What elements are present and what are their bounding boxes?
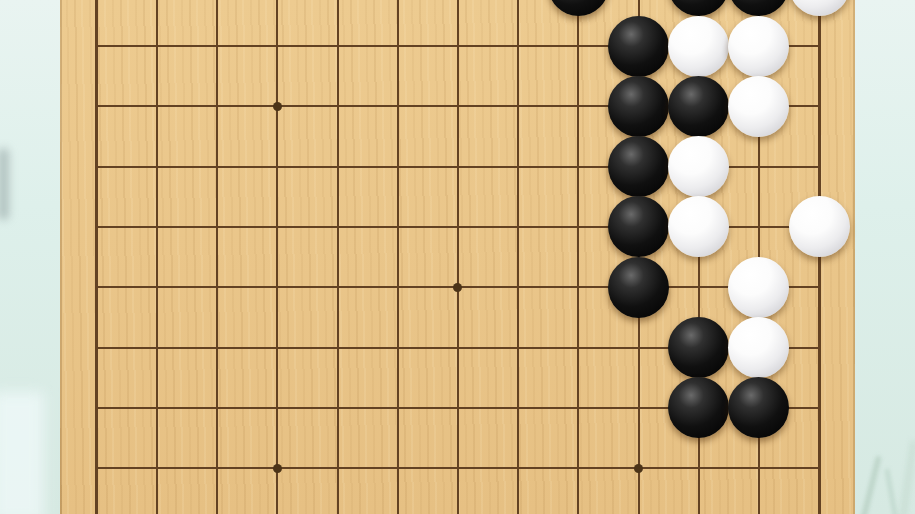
background-plant-decoration: [0, 148, 9, 220]
white-stone-c13-r2: [789, 0, 850, 16]
star-point-10-10: [634, 464, 643, 473]
black-stone-c11-r4: [668, 76, 729, 137]
black-stone-c11-r8: [668, 317, 729, 378]
white-stone-c12-r4: [728, 76, 789, 137]
black-stone-c12-r9: [728, 377, 789, 438]
grid-line-vertical-9: [577, 0, 579, 514]
black-stone-c10-r5: [608, 136, 669, 197]
black-stone-c11-r2: [668, 0, 729, 16]
grid-line-vertical-7: [457, 0, 459, 514]
white-stone-c13-r6: [789, 196, 850, 257]
white-stone-c11-r5: [668, 136, 729, 197]
star-point-4-4: [273, 102, 282, 111]
star-point-4-10: [273, 464, 282, 473]
grid-line-vertical-8: [517, 0, 519, 514]
white-stone-c12-r8: [728, 317, 789, 378]
black-stone-c12-r2: [728, 0, 789, 16]
background-grass-decoration: [860, 455, 882, 514]
black-stone-c9-r2: [548, 0, 609, 16]
background-highlight-decoration: [0, 392, 44, 514]
background-grass-decoration: [885, 468, 899, 514]
grid-line-vertical-6: [397, 0, 399, 514]
white-stone-c11-r3: [668, 16, 729, 77]
black-stone-c10-r4: [608, 76, 669, 137]
black-stone-c10-r7: [608, 257, 669, 318]
grid-line-vertical-1: [95, 0, 98, 514]
white-stone-c12-r3: [728, 16, 789, 77]
grid-line-horizontal-10: [95, 467, 820, 469]
black-stone-c10-r3: [608, 16, 669, 77]
white-stone-c12-r7: [728, 257, 789, 318]
grid-line-vertical-2: [156, 0, 158, 514]
go-board[interactable]: [60, 0, 855, 514]
black-stone-c11-r9: [668, 377, 729, 438]
star-point-7-7: [453, 283, 462, 292]
grid-line-vertical-4: [276, 0, 278, 514]
black-stone-c10-r6: [608, 196, 669, 257]
grid-line-vertical-3: [216, 0, 218, 514]
white-stone-c11-r6: [668, 196, 729, 257]
grid-line-vertical-5: [337, 0, 339, 514]
background-grass-decoration: [899, 440, 915, 514]
scene-background: [0, 0, 915, 514]
